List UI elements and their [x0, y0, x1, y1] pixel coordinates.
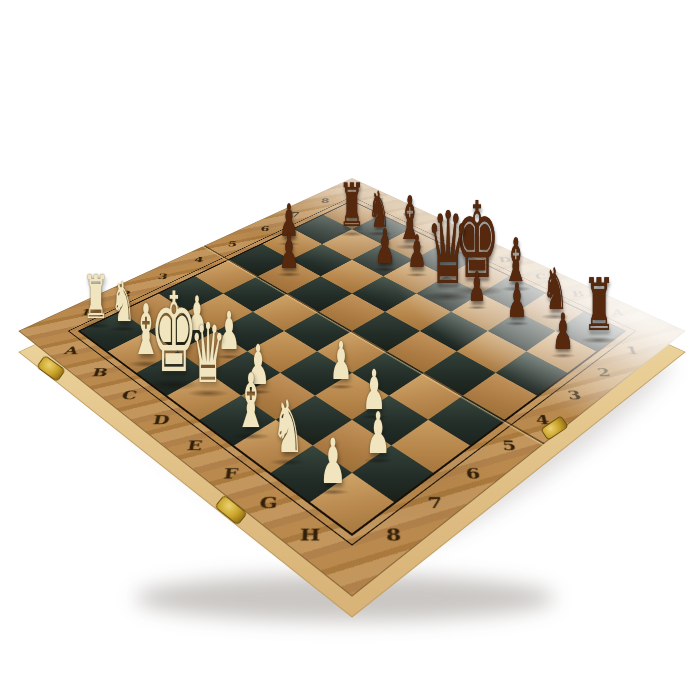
- board-coordinate-label: F: [434, 225, 444, 233]
- board-coordinate-label: B: [90, 366, 109, 379]
- board-coordinate-label: D: [151, 412, 171, 427]
- board-coordinate-label: A: [63, 344, 81, 356]
- board-coordinate-label: 1: [624, 344, 641, 356]
- board-coordinate-label: 7: [427, 494, 443, 512]
- board-coordinate-label: 8: [321, 197, 330, 204]
- board-coordinate-label: G: [403, 211, 414, 218]
- board-coordinate-label: F: [222, 465, 239, 482]
- board-coordinate-label: 4: [534, 412, 551, 427]
- board-coordinate-label: H: [373, 197, 385, 204]
- board-coordinate-label: A: [610, 308, 625, 318]
- chess-board: ABCDEFGH87654321HGFEDCBA12345678: [18, 178, 686, 597]
- board-coordinate-label: 3: [157, 272, 169, 281]
- board-coordinate-label: 5: [227, 240, 238, 248]
- board-coordinate-label: 1: [79, 308, 93, 318]
- board-coordinate-label: 6: [260, 225, 270, 233]
- board-coordinate-label: 2: [119, 289, 132, 298]
- product-photo-stage: ABCDEFGH87654321HGFEDCBA12345678 ♜♞♟♝♟♟♟…: [0, 0, 700, 700]
- board-coordinate-label: 5: [501, 438, 518, 454]
- board-coordinate-label: 6: [465, 465, 482, 482]
- board-coordinate-label: C: [534, 272, 548, 281]
- board-coordinate-label: D: [498, 256, 512, 265]
- board-coordinate-label: G: [259, 494, 279, 512]
- board-coordinate-label: 3: [566, 388, 583, 402]
- board-coordinate-label: E: [466, 240, 478, 248]
- board-coordinate-label: C: [120, 388, 139, 402]
- playing-area: [78, 200, 627, 536]
- board-coordinate-label: 2: [596, 366, 613, 379]
- board-coordinate-label: B: [571, 289, 586, 298]
- board-coordinate-label: E: [186, 438, 204, 454]
- board-coordinate-label: 4: [193, 256, 204, 265]
- board-coordinate-label: 8: [386, 525, 402, 544]
- board-coordinate-label: 7: [291, 211, 300, 218]
- board-coordinate-label: H: [299, 525, 320, 544]
